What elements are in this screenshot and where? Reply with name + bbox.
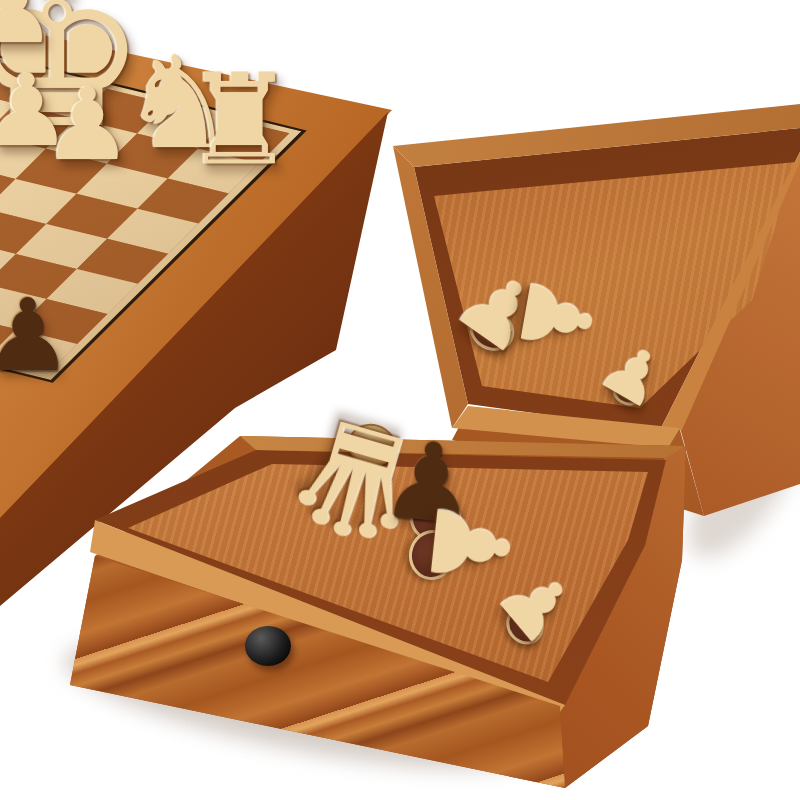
chess-piece-white-pawn: ♟: [0, 0, 57, 58]
board-square-r7c7: [0, 329, 77, 374]
board-square-r2c4: [0, 134, 46, 179]
board-square-r1c4: [0, 104, 76, 149]
board-square-r4c5: [0, 209, 46, 254]
drawer-ground-shadow-right: [668, 395, 800, 574]
chess-piece-white-pawn: ♟: [589, 329, 678, 421]
chess-piece-white-pawn: ♟: [483, 553, 590, 659]
board-square-r0c7: [198, 118, 289, 163]
board-square-r1c6: [107, 134, 198, 179]
board-square-r1c7: [168, 149, 259, 194]
chess-set-photo-scene: ♚♞♜♟♟♟♟ ♟♟♟ ♛♟♟♟: [0, 0, 800, 800]
board-square-r3c7: [107, 209, 198, 254]
piece-felt-base: [462, 302, 521, 359]
chess-board: [0, 8, 301, 380]
board-square-r5c5: [0, 239, 16, 284]
board-square-r1c3: [0, 89, 15, 134]
board-square-r3c4: [0, 164, 16, 209]
piece-felt-base: [499, 598, 551, 651]
board-square-r0c3: [0, 59, 46, 104]
board-square-r6c7: [16, 299, 107, 344]
drawer-knob[interactable]: [245, 626, 291, 666]
board-square-r2c6: [76, 164, 167, 209]
board-square-r0c5: [76, 89, 167, 134]
board-square-r5c7: [47, 269, 138, 314]
board-square-r4c6: [16, 224, 107, 269]
board-square-r0c4: [15, 74, 106, 119]
board-square-r2c5: [16, 149, 107, 194]
board-square-r0c6: [137, 104, 228, 149]
board-square-r5c6: [0, 254, 77, 299]
piece-felt-base: [607, 371, 649, 411]
board-square-r7c6: [0, 314, 16, 359]
board-square-r1c5: [46, 119, 137, 164]
chess-piece-white-pawn: ♟: [504, 268, 609, 365]
board-square-r3c6: [46, 194, 137, 239]
board-square-r3c5: [0, 179, 76, 224]
board-square-r2c7: [137, 179, 228, 224]
piece-wood-base: [343, 419, 400, 472]
board-square-r6c6: [0, 284, 47, 329]
board-square-r4c7: [77, 239, 168, 284]
drawer-ground-shadow: [56, 615, 544, 795]
